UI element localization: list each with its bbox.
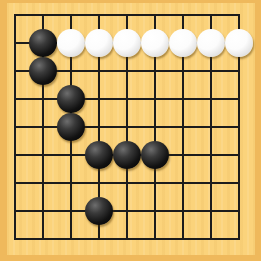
black-stone bbox=[85, 197, 113, 225]
black-stone bbox=[57, 113, 85, 141]
black-stone bbox=[57, 85, 85, 113]
black-stone bbox=[113, 141, 141, 169]
white-stone bbox=[141, 29, 169, 57]
white-stone bbox=[169, 29, 197, 57]
white-stone bbox=[225, 29, 253, 57]
black-stone bbox=[29, 57, 57, 85]
black-stone bbox=[141, 141, 169, 169]
stones-layer bbox=[0, 0, 261, 261]
white-stone bbox=[57, 29, 85, 57]
white-stone bbox=[113, 29, 141, 57]
black-stone bbox=[85, 141, 113, 169]
go-board[interactable] bbox=[0, 0, 261, 261]
white-stone bbox=[85, 29, 113, 57]
black-stone bbox=[29, 29, 57, 57]
white-stone bbox=[197, 29, 225, 57]
